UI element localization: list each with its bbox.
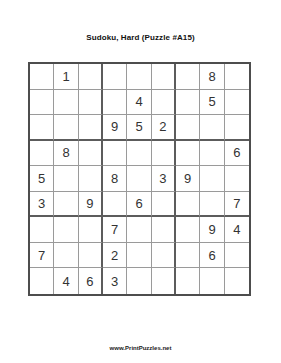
cell-r7c2[interactable] [54, 217, 78, 243]
cell-r2c9[interactable] [225, 90, 249, 116]
cell-r8c4[interactable]: 2 [103, 243, 127, 269]
given-digit: 1 [62, 70, 69, 83]
cell-r6c5[interactable]: 6 [127, 192, 151, 218]
cell-r1c9[interactable] [225, 64, 249, 90]
cell-r3c9[interactable] [225, 115, 249, 141]
given-digit: 9 [208, 223, 215, 236]
cell-r3c1[interactable] [30, 115, 54, 141]
cell-r9c6[interactable] [152, 268, 176, 294]
cell-r2c4[interactable] [103, 90, 127, 116]
cell-r9c5[interactable] [127, 268, 151, 294]
cell-r8c9[interactable] [225, 243, 249, 269]
cell-r7c8[interactable]: 9 [200, 217, 224, 243]
cell-r6c9[interactable]: 7 [225, 192, 249, 218]
given-digit: 8 [111, 172, 118, 185]
given-digit: 2 [111, 249, 118, 262]
cell-r8c8[interactable]: 6 [200, 243, 224, 269]
cell-r1c1[interactable] [30, 64, 54, 90]
given-digit: 8 [62, 146, 69, 159]
cell-r7c6[interactable] [152, 217, 176, 243]
cell-r5c1[interactable]: 5 [30, 166, 54, 192]
cell-r5c3[interactable] [79, 166, 103, 192]
cell-r2c1[interactable] [30, 90, 54, 116]
given-digit: 9 [184, 172, 191, 185]
given-digit: 3 [38, 197, 45, 210]
cell-r1c8[interactable]: 8 [200, 64, 224, 90]
cell-r1c3[interactable] [79, 64, 103, 90]
cell-r7c4[interactable]: 7 [103, 217, 127, 243]
cell-r8c1[interactable]: 7 [30, 243, 54, 269]
cell-r9c3[interactable]: 6 [79, 268, 103, 294]
cell-r4c3[interactable] [79, 141, 103, 167]
cell-r8c6[interactable] [152, 243, 176, 269]
cell-r5c4[interactable]: 8 [103, 166, 127, 192]
given-digit: 4 [62, 275, 69, 288]
cell-r6c3[interactable]: 9 [79, 192, 103, 218]
cell-r4c8[interactable] [200, 141, 224, 167]
cell-r4c4[interactable] [103, 141, 127, 167]
page-title: Sudoku, Hard (Puzzle #A15) [0, 33, 281, 42]
given-digit: 4 [233, 223, 240, 236]
cell-r1c5[interactable] [127, 64, 151, 90]
cell-r7c5[interactable] [127, 217, 151, 243]
sudoku-board: 18459528658393967794726463 [28, 62, 251, 296]
cell-r1c2[interactable]: 1 [54, 64, 78, 90]
footer-site-url: www.PrintPuzzles.net [0, 345, 281, 351]
cell-r2c2[interactable] [54, 90, 78, 116]
cell-r1c7[interactable] [176, 64, 200, 90]
cell-r5c8[interactable] [200, 166, 224, 192]
cell-r5c6[interactable]: 3 [152, 166, 176, 192]
given-digit: 5 [208, 95, 215, 108]
sudoku-page: Sudoku, Hard (Puzzle #A15) 1845952865839… [0, 0, 281, 363]
cell-r7c9[interactable]: 4 [225, 217, 249, 243]
cell-r5c9[interactable] [225, 166, 249, 192]
cell-r9c2[interactable]: 4 [54, 268, 78, 294]
cell-r3c3[interactable] [79, 115, 103, 141]
cell-r6c2[interactable] [54, 192, 78, 218]
given-digit: 3 [159, 172, 166, 185]
given-digit: 8 [208, 70, 215, 83]
given-digit: 7 [233, 197, 240, 210]
cell-r5c5[interactable] [127, 166, 151, 192]
cell-r3c8[interactable] [200, 115, 224, 141]
cell-r9c8[interactable] [200, 268, 224, 294]
cell-r4c7[interactable] [176, 141, 200, 167]
given-digit: 7 [38, 249, 45, 262]
given-digit: 3 [111, 275, 118, 288]
cell-r2c7[interactable] [176, 90, 200, 116]
cell-r8c3[interactable] [79, 243, 103, 269]
cell-r6c6[interactable] [152, 192, 176, 218]
cell-r8c5[interactable] [127, 243, 151, 269]
cell-r9c1[interactable] [30, 268, 54, 294]
cell-r4c5[interactable] [127, 141, 151, 167]
cell-r4c9[interactable]: 6 [225, 141, 249, 167]
cell-r4c1[interactable] [30, 141, 54, 167]
cell-r8c2[interactable] [54, 243, 78, 269]
cell-r2c8[interactable]: 5 [200, 90, 224, 116]
given-digit: 5 [135, 120, 142, 133]
cell-r1c6[interactable] [152, 64, 176, 90]
cell-r6c8[interactable] [200, 192, 224, 218]
cell-r3c4[interactable]: 9 [103, 115, 127, 141]
given-digit: 6 [86, 275, 93, 288]
cell-r3c6[interactable]: 2 [152, 115, 176, 141]
given-digit: 9 [111, 120, 118, 133]
cell-r6c1[interactable]: 3 [30, 192, 54, 218]
cell-r5c2[interactable] [54, 166, 78, 192]
cell-r9c7[interactable] [176, 268, 200, 294]
given-digit: 4 [135, 95, 142, 108]
given-digit: 6 [208, 249, 215, 262]
cell-r2c3[interactable] [79, 90, 103, 116]
cell-r7c3[interactable] [79, 217, 103, 243]
cell-r3c5[interactable]: 5 [127, 115, 151, 141]
given-digit: 5 [38, 172, 45, 185]
cell-r5c7[interactable]: 9 [176, 166, 200, 192]
cell-r6c7[interactable] [176, 192, 200, 218]
cell-r9c9[interactable] [225, 268, 249, 294]
cell-r9c4[interactable]: 3 [103, 268, 127, 294]
given-digit: 9 [86, 197, 93, 210]
cell-r2c6[interactable] [152, 90, 176, 116]
cell-r2c5[interactable]: 4 [127, 90, 151, 116]
cell-r7c1[interactable] [30, 217, 54, 243]
given-digit: 6 [135, 197, 142, 210]
given-digit: 6 [233, 146, 240, 159]
given-digit: 2 [159, 120, 166, 133]
cell-r1c4[interactable] [103, 64, 127, 90]
cell-r8c7[interactable] [176, 243, 200, 269]
cell-r6c4[interactable] [103, 192, 127, 218]
cell-r4c6[interactable] [152, 141, 176, 167]
cell-r3c2[interactable] [54, 115, 78, 141]
cell-r7c7[interactable] [176, 217, 200, 243]
cell-r3c7[interactable] [176, 115, 200, 141]
given-digit: 7 [111, 223, 118, 236]
cell-r4c2[interactable]: 8 [54, 141, 78, 167]
